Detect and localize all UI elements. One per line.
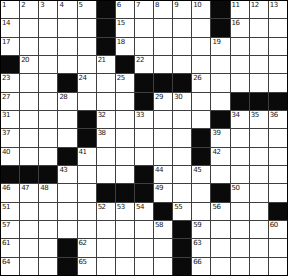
crossword-cell-r1c14[interactable]: 12: [250, 1, 268, 18]
black-square: [192, 129, 210, 146]
clue-number-34: 34: [232, 111, 240, 119]
black-square: [116, 184, 134, 201]
clue-number-64: 64: [2, 258, 10, 266]
black-square: [58, 239, 76, 256]
crossword-cell-r1c1[interactable]: 1: [1, 1, 19, 18]
clue-number-15: 15: [117, 19, 125, 27]
crossword-cell-r4c4[interactable]: [58, 56, 76, 73]
black-square: [97, 184, 115, 201]
clue-number-55: 55: [174, 203, 182, 211]
crossword-cell-r9c8[interactable]: [135, 148, 153, 165]
crossword-cell-r2c10[interactable]: [173, 19, 191, 36]
black-square: [211, 184, 229, 201]
crossword-cell-r10c13[interactable]: [231, 166, 249, 183]
black-square: [97, 19, 115, 36]
clue-number-13: 13: [270, 1, 278, 9]
clue-number-32: 32: [98, 111, 106, 119]
clue-number-19: 19: [212, 38, 220, 46]
crossword-cell-r3c15[interactable]: [269, 38, 287, 55]
crossword-cell-r10c15[interactable]: [269, 166, 287, 183]
crossword-cell-r15c13[interactable]: [231, 258, 249, 275]
crossword-cell-r9c12[interactable]: 42: [211, 148, 229, 165]
crossword-cell-r3c11[interactable]: [192, 38, 210, 55]
crossword-cell-r5c12[interactable]: [211, 74, 229, 91]
crossword-cell-r7c4[interactable]: [58, 111, 76, 128]
crossword-cell-r7c14[interactable]: 35: [250, 111, 268, 128]
black-square: [250, 93, 268, 110]
clue-number-10: 10: [193, 1, 201, 9]
clue-number-1: 1: [2, 1, 6, 9]
clue-number-14: 14: [2, 19, 10, 27]
crossword-cell-r6c12[interactable]: [211, 93, 229, 110]
crossword-cell-r11c5[interactable]: [78, 184, 96, 201]
clue-number-57: 57: [2, 221, 10, 229]
crossword-cell-r15c5[interactable]: 65: [78, 258, 96, 275]
crossword-cell-r4c14[interactable]: [250, 56, 268, 73]
crossword-cell-r7c10[interactable]: [173, 111, 191, 128]
crossword-cell-r6c6[interactable]: [97, 93, 115, 110]
crossword-cell-r11c1[interactable]: 46: [1, 184, 19, 201]
black-square: [269, 93, 287, 110]
clue-number-60: 60: [270, 221, 278, 229]
crossword-cell-r3c7[interactable]: 18: [116, 38, 134, 55]
crossword-cell-r12c8[interactable]: 54: [135, 203, 153, 220]
crossword-cell-r8c8[interactable]: [135, 129, 153, 146]
crossword-cell-r9c15[interactable]: [269, 148, 287, 165]
crossword-cell-r11c11[interactable]: [192, 184, 210, 201]
black-square: [78, 129, 96, 146]
crossword-cell-r1c2[interactable]: 2: [20, 1, 38, 18]
crossword-cell-r6c2[interactable]: [20, 93, 38, 110]
black-square: [173, 258, 191, 275]
crossword-cell-r9c2[interactable]: [20, 148, 38, 165]
crossword-cell-r6c4[interactable]: 28: [58, 93, 76, 110]
crossword-cell-r9c1[interactable]: 40: [1, 148, 19, 165]
black-square: [154, 74, 172, 91]
clue-number-54: 54: [136, 203, 144, 211]
crossword-cell-r3c3[interactable]: [39, 38, 57, 55]
crossword-cell-r10c12[interactable]: [211, 166, 229, 183]
clue-number-2: 2: [21, 1, 25, 9]
crossword-cell-r11c14[interactable]: [250, 184, 268, 201]
black-square: [58, 148, 76, 165]
crossword-cell-r10c14[interactable]: [250, 166, 268, 183]
black-square: [135, 166, 153, 183]
crossword-cell-r11c3[interactable]: 48: [39, 184, 57, 201]
crossword-cell-r11c15[interactable]: [269, 184, 287, 201]
clue-number-65: 65: [79, 258, 87, 266]
crossword-cell-r14c11[interactable]: 63: [192, 239, 210, 256]
crossword-cell-r1c9[interactable]: 8: [154, 1, 172, 18]
clue-number-62: 62: [79, 239, 87, 247]
clue-number-48: 48: [40, 184, 48, 192]
black-square: [1, 56, 19, 73]
clue-number-46: 46: [2, 184, 10, 192]
crossword-cell-r4c2[interactable]: 20: [20, 56, 38, 73]
crossword-cell-r14c3[interactable]: [39, 239, 57, 256]
crossword-cell-r5c2[interactable]: [20, 74, 38, 91]
crossword-cell-r13c3[interactable]: [39, 221, 57, 238]
clue-number-16: 16: [232, 19, 240, 27]
clue-number-25: 25: [117, 74, 125, 82]
black-square: [58, 258, 76, 275]
crossword-cell-r5c5[interactable]: 24: [78, 74, 96, 91]
clue-number-39: 39: [212, 129, 220, 137]
crossword-cell-r12c3[interactable]: [39, 203, 57, 220]
black-square: [135, 74, 153, 91]
crossword-cell-r7c13[interactable]: 34: [231, 111, 249, 128]
clue-number-50: 50: [232, 184, 240, 192]
crossword-cell-r7c1[interactable]: 31: [1, 111, 19, 128]
clue-number-36: 36: [270, 111, 278, 119]
crossword-cell-r13c12[interactable]: [211, 221, 229, 238]
crossword-cell-r8c2[interactable]: [20, 129, 38, 146]
clue-number-28: 28: [59, 93, 67, 101]
crossword-cell-r9c7[interactable]: [116, 148, 134, 165]
clue-number-21: 21: [98, 56, 106, 64]
crossword-cell-r8c3[interactable]: [39, 129, 57, 146]
crossword-cell-r4c9[interactable]: [154, 56, 172, 73]
crossword-cell-r10c11[interactable]: 45: [192, 166, 210, 183]
black-square: [269, 203, 287, 220]
clue-number-58: 58: [155, 221, 163, 229]
crossword-cell-r6c9[interactable]: 29: [154, 93, 172, 110]
clue-number-9: 9: [174, 1, 178, 9]
crossword-cell-r8c14[interactable]: [250, 129, 268, 146]
crossword-cell-r9c9[interactable]: [154, 148, 172, 165]
crossword-cell-r14c8[interactable]: [135, 239, 153, 256]
clue-number-23: 23: [2, 74, 10, 82]
clue-number-38: 38: [98, 129, 106, 137]
clue-number-12: 12: [251, 1, 259, 9]
crossword-cell-r9c5[interactable]: 41: [78, 148, 96, 165]
crossword-cell-r7c9[interactable]: [154, 111, 172, 128]
crossword-cell-r14c13[interactable]: [231, 239, 249, 256]
crossword-cell-r8c12[interactable]: 39: [211, 129, 229, 146]
clue-number-27: 27: [2, 93, 10, 101]
crossword-cell-r13c11[interactable]: 59: [192, 221, 210, 238]
crossword-cell-r3c2[interactable]: [20, 38, 38, 55]
crossword-cell-r14c2[interactable]: [20, 239, 38, 256]
black-square: [211, 1, 229, 18]
crossword-cell-r3c8[interactable]: [135, 38, 153, 55]
crossword-cell-r15c15[interactable]: [269, 258, 287, 275]
crossword-cell-r13c4[interactable]: [58, 221, 76, 238]
crossword-cell-r15c11[interactable]: 66: [192, 258, 210, 275]
clue-number-33: 33: [136, 111, 144, 119]
clue-number-61: 61: [2, 239, 10, 247]
crossword-cell-r2c8[interactable]: [135, 19, 153, 36]
crossword-cell-r4c12[interactable]: [211, 56, 229, 73]
crossword-cell-r1c15[interactable]: 13: [269, 1, 287, 18]
crossword-cell-r8c10[interactable]: [173, 129, 191, 146]
clue-number-51: 51: [2, 203, 10, 211]
crossword-cell-r4c3[interactable]: [39, 56, 57, 73]
crossword-cell-r10c5[interactable]: [78, 166, 96, 183]
clue-number-45: 45: [193, 166, 201, 174]
crossword-cell-r13c2[interactable]: [20, 221, 38, 238]
crossword-cell-r11c2[interactable]: 47: [20, 184, 38, 201]
clue-number-20: 20: [21, 56, 29, 64]
black-square: [116, 56, 134, 73]
crossword-cell-r14c15[interactable]: [269, 239, 287, 256]
crossword-cell-r3c1[interactable]: 17: [1, 38, 19, 55]
crossword-cell-r1c8[interactable]: 7: [135, 1, 153, 18]
crossword-cell-r1c10[interactable]: 9: [173, 1, 191, 18]
clue-number-5: 5: [79, 1, 83, 9]
crossword-cell-r3c14[interactable]: [250, 38, 268, 55]
crossword-cell-r2c2[interactable]: [20, 19, 38, 36]
crossword-cell-r3c10[interactable]: [173, 38, 191, 55]
crossword-cell-r10c7[interactable]: [116, 166, 134, 183]
crossword-cell-r13c9[interactable]: 58: [154, 221, 172, 238]
crossword-cell-r7c6[interactable]: 32: [97, 111, 115, 128]
crossword-cell-r4c8[interactable]: 22: [135, 56, 153, 73]
crossword-cell-r2c15[interactable]: [269, 19, 287, 36]
crossword-cell-r7c11[interactable]: [192, 111, 210, 128]
black-square: [1, 166, 19, 183]
crossword-cell-r12c1[interactable]: 51: [1, 203, 19, 220]
crossword-cell-r12c10[interactable]: 55: [173, 203, 191, 220]
black-square: [39, 166, 57, 183]
crossword-cell-r8c9[interactable]: [154, 129, 172, 146]
crossword-cell-r7c7[interactable]: [116, 111, 134, 128]
crossword-cell-r12c11[interactable]: [192, 203, 210, 220]
crossword-cell-r14c1[interactable]: 61: [1, 239, 19, 256]
black-square: [78, 111, 96, 128]
clue-number-56: 56: [212, 203, 220, 211]
crossword-cell-r5c7[interactable]: 25: [116, 74, 134, 91]
clue-number-24: 24: [79, 74, 87, 82]
crossword-cell-r15c7[interactable]: [116, 258, 134, 275]
crossword-cell-r12c2[interactable]: [20, 203, 38, 220]
crossword-cell-r13c13[interactable]: [231, 221, 249, 238]
clue-number-8: 8: [155, 1, 159, 9]
clue-number-22: 22: [136, 56, 144, 64]
crossword-cell-r2c3[interactable]: [39, 19, 57, 36]
crossword-cell-r13c6[interactable]: [97, 221, 115, 238]
crossword-cell-r5c1[interactable]: 23: [1, 74, 19, 91]
clue-number-30: 30: [174, 93, 182, 101]
black-square: [154, 203, 172, 220]
crossword-cell-r6c5[interactable]: [78, 93, 96, 110]
crossword-cell-r2c13[interactable]: 16: [231, 19, 249, 36]
clue-number-40: 40: [2, 148, 10, 156]
crossword-cell-r3c5[interactable]: [78, 38, 96, 55]
crossword-cell-r13c7[interactable]: [116, 221, 134, 238]
crossword-cell-r4c6[interactable]: 21: [97, 56, 115, 73]
clue-number-49: 49: [155, 184, 163, 192]
crossword-cell-r1c3[interactable]: 3: [39, 1, 57, 18]
crossword-cell-r4c10[interactable]: [173, 56, 191, 73]
crossword-cell-r13c14[interactable]: [250, 221, 268, 238]
clue-number-37: 37: [2, 129, 10, 137]
black-square: [192, 148, 210, 165]
crossword-cell-r15c9[interactable]: [154, 258, 172, 275]
crossword-cell-r7c8[interactable]: 33: [135, 111, 153, 128]
black-square: [97, 38, 115, 55]
crossword-cell-r15c12[interactable]: [211, 258, 229, 275]
crossword-cell-r12c14[interactable]: [250, 203, 268, 220]
clue-number-11: 11: [232, 1, 240, 9]
clue-number-6: 6: [117, 1, 121, 9]
crossword-cell-r15c2[interactable]: [20, 258, 38, 275]
crossword-grid: 1234567891011121314151617181920212223242…: [0, 0, 288, 276]
crossword-cell-r13c1[interactable]: 57: [1, 221, 19, 238]
crossword-cell-r11c4[interactable]: [58, 184, 76, 201]
crossword-cell-r2c5[interactable]: [78, 19, 96, 36]
crossword-cell-r2c14[interactable]: [250, 19, 268, 36]
crossword-cell-r14c7[interactable]: [116, 239, 134, 256]
crossword-cell-r6c10[interactable]: 30: [173, 93, 191, 110]
crossword-cell-r4c15[interactable]: [269, 56, 287, 73]
crossword-cell-r5c3[interactable]: [39, 74, 57, 91]
clue-number-29: 29: [155, 93, 163, 101]
crossword-cell-r12c13[interactable]: [231, 203, 249, 220]
clue-number-52: 52: [98, 203, 106, 211]
crossword-cell-r3c12[interactable]: 19: [211, 38, 229, 55]
crossword-cell-r2c11[interactable]: [192, 19, 210, 36]
crossword-cell-r14c9[interactable]: [154, 239, 172, 256]
crossword-cell-r10c6[interactable]: [97, 166, 115, 183]
crossword-cell-r14c5[interactable]: 62: [78, 239, 96, 256]
crossword-cell-r9c14[interactable]: [250, 148, 268, 165]
black-square: [20, 166, 38, 183]
crossword-cell-r8c15[interactable]: [269, 129, 287, 146]
clue-number-18: 18: [117, 38, 125, 46]
black-square: [231, 93, 249, 110]
crossword-cell-r5c14[interactable]: [250, 74, 268, 91]
crossword-cell-r10c4[interactable]: 43: [58, 166, 76, 183]
crossword-cell-r6c7[interactable]: [116, 93, 134, 110]
crossword-cell-r2c4[interactable]: [58, 19, 76, 36]
crossword-cell-r13c5[interactable]: [78, 221, 96, 238]
clue-number-43: 43: [59, 166, 67, 174]
crossword-cell-r5c6[interactable]: [97, 74, 115, 91]
clue-number-63: 63: [193, 239, 201, 247]
clue-number-44: 44: [155, 166, 163, 174]
black-square: [58, 74, 76, 91]
black-square: [135, 93, 153, 110]
crossword-cell-r1c11[interactable]: 10: [192, 1, 210, 18]
crossword-cell-r4c5[interactable]: [78, 56, 96, 73]
clue-number-26: 26: [193, 74, 201, 82]
clue-number-3: 3: [40, 1, 44, 9]
crossword-cell-r3c9[interactable]: [154, 38, 172, 55]
crossword-cell-r1c4[interactable]: 4: [58, 1, 76, 18]
crossword-cell-r2c1[interactable]: 14: [1, 19, 19, 36]
clue-number-17: 17: [2, 38, 10, 46]
crossword-cell-r12c4[interactable]: [58, 203, 76, 220]
crossword-cell-r5c11[interactable]: 26: [192, 74, 210, 91]
crossword-cell-r12c6[interactable]: 52: [97, 203, 115, 220]
black-square: [135, 184, 153, 201]
crossword-cell-r8c1[interactable]: 37: [1, 129, 19, 146]
black-square: [211, 111, 229, 128]
crossword-cell-r2c9[interactable]: [154, 19, 172, 36]
crossword-cell-r9c3[interactable]: [39, 148, 57, 165]
crossword-cell-r2c7[interactable]: 15: [116, 19, 134, 36]
crossword-cell-r9c6[interactable]: [97, 148, 115, 165]
clue-number-31: 31: [2, 111, 10, 119]
crossword-cell-r14c14[interactable]: [250, 239, 268, 256]
crossword-cell-r1c7[interactable]: 6: [116, 1, 134, 18]
clue-number-42: 42: [212, 148, 220, 156]
crossword-cell-r15c3[interactable]: [39, 258, 57, 275]
crossword-cell-r7c15[interactable]: 36: [269, 111, 287, 128]
crossword-cell-r15c1[interactable]: 64: [1, 258, 19, 275]
black-square: [173, 74, 191, 91]
crossword-cell-r4c13[interactable]: [231, 56, 249, 73]
crossword-cell-r14c6[interactable]: [97, 239, 115, 256]
crossword-cell-r7c3[interactable]: [39, 111, 57, 128]
crossword-cell-r15c6[interactable]: [97, 258, 115, 275]
black-square: [211, 19, 229, 36]
crossword-cell-r9c13[interactable]: [231, 148, 249, 165]
clue-number-7: 7: [136, 1, 140, 9]
crossword-cell-r11c10[interactable]: [173, 184, 191, 201]
crossword-cell-r3c4[interactable]: [58, 38, 76, 55]
crossword-cell-r12c7[interactable]: 53: [116, 203, 134, 220]
clue-number-59: 59: [193, 221, 201, 229]
crossword-cell-r6c3[interactable]: [39, 93, 57, 110]
crossword-cell-r10c9[interactable]: 44: [154, 166, 172, 183]
crossword-cell-r13c15[interactable]: 60: [269, 221, 287, 238]
crossword-cell-r3c13[interactable]: [231, 38, 249, 55]
crossword-cell-r4c11[interactable]: [192, 56, 210, 73]
crossword-cell-r6c1[interactable]: 27: [1, 93, 19, 110]
crossword-cell-r5c13[interactable]: [231, 74, 249, 91]
black-square: [173, 221, 191, 238]
crossword-cell-r10c10[interactable]: [173, 166, 191, 183]
crossword-cell-r6c11[interactable]: [192, 93, 210, 110]
crossword-cell-r9c10[interactable]: [173, 148, 191, 165]
crossword-cell-r8c7[interactable]: [116, 129, 134, 146]
clue-number-41: 41: [79, 148, 87, 156]
clue-number-66: 66: [193, 258, 201, 266]
crossword-cell-r12c5[interactable]: [78, 203, 96, 220]
crossword-cell-r8c6[interactable]: 38: [97, 129, 115, 146]
black-square: [97, 1, 115, 18]
crossword-cell-r1c5[interactable]: 5: [78, 1, 96, 18]
crossword-cell-r14c12[interactable]: [211, 239, 229, 256]
crossword-cell-r8c4[interactable]: [58, 129, 76, 146]
crossword-cell-r11c13[interactable]: 50: [231, 184, 249, 201]
crossword-cell-r11c9[interactable]: 49: [154, 184, 172, 201]
crossword-cell-r7c2[interactable]: [20, 111, 38, 128]
crossword-cell-r12c12[interactable]: 56: [211, 203, 229, 220]
crossword-cell-r8c13[interactable]: [231, 129, 249, 146]
crossword-cell-r15c8[interactable]: [135, 258, 153, 275]
black-square: [173, 239, 191, 256]
clue-number-47: 47: [21, 184, 29, 192]
crossword-puzzle: 1234567891011121314151617181920212223242…: [0, 0, 288, 276]
crossword-cell-r5c15[interactable]: [269, 74, 287, 91]
crossword-cell-r13c8[interactable]: [135, 221, 153, 238]
crossword-cell-r15c14[interactable]: [250, 258, 268, 275]
crossword-cell-r1c13[interactable]: 11: [231, 1, 249, 18]
clue-number-53: 53: [117, 203, 125, 211]
clue-number-35: 35: [251, 111, 259, 119]
clue-number-4: 4: [59, 1, 63, 9]
